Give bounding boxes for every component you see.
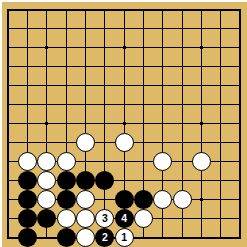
white-stone xyxy=(37,190,56,209)
black-stone xyxy=(18,171,37,190)
move-number-label: 2 xyxy=(102,232,108,243)
star-point xyxy=(123,46,126,49)
white-stone xyxy=(134,209,153,228)
white-stone xyxy=(37,152,56,171)
white-stone xyxy=(173,190,192,209)
black-stone xyxy=(18,228,37,247)
move-stone-1: 1 xyxy=(115,228,134,247)
black-stone xyxy=(76,171,95,190)
star-point xyxy=(45,46,48,49)
white-stone xyxy=(153,152,172,171)
move-number-label: 4 xyxy=(121,213,127,224)
white-stone xyxy=(192,152,211,171)
black-stone xyxy=(115,190,134,209)
black-stone xyxy=(18,209,37,228)
white-stone xyxy=(18,152,37,171)
white-stone xyxy=(76,209,95,228)
grid-line-vertical xyxy=(239,9,241,239)
black-stone xyxy=(18,190,37,209)
black-stone xyxy=(57,190,76,209)
white-stone xyxy=(76,190,95,209)
star-point xyxy=(200,198,203,201)
black-stone xyxy=(95,171,114,190)
move-number-label: 1 xyxy=(121,232,127,243)
star-point xyxy=(45,122,48,125)
black-stone xyxy=(57,228,76,247)
star-point xyxy=(200,122,203,125)
black-stone xyxy=(134,190,153,209)
black-stone xyxy=(57,171,76,190)
white-stone xyxy=(57,152,76,171)
white-stone xyxy=(153,190,172,209)
star-point xyxy=(200,46,203,49)
go-board[interactable]: 3421 xyxy=(2,2,247,247)
white-stone xyxy=(76,228,95,247)
star-point xyxy=(123,122,126,125)
white-stone xyxy=(115,133,134,152)
white-stone xyxy=(76,133,95,152)
grid-line-vertical xyxy=(220,9,221,239)
white-stone xyxy=(57,209,76,228)
white-stone xyxy=(37,171,56,190)
black-stone xyxy=(37,209,56,228)
move-stone-3: 3 xyxy=(95,209,114,228)
move-stone-2: 2 xyxy=(95,228,114,247)
move-number-label: 3 xyxy=(102,213,108,224)
move-stone-4: 4 xyxy=(115,209,134,228)
